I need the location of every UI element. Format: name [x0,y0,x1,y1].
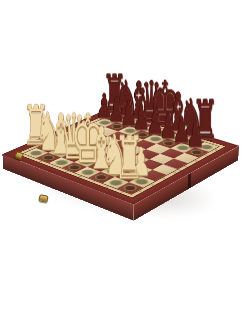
rank-label-1: 1 [137,190,142,192]
file-label-e: e [78,175,83,177]
scene: abcdefgh abcdefgh 87654321 87654321 ♜♞♝♛… [0,0,250,311]
chess-board: abcdefgh abcdefgh 87654321 87654321 ♜♞♝♛… [2,107,239,205]
piece-glyph: ♟ [187,116,205,152]
chess-set-product-image[interactable]: abcdefgh abcdefgh 87654321 87654321 ♜♞♝♛… [0,0,250,311]
piece-glyph: ♜ [115,129,144,188]
